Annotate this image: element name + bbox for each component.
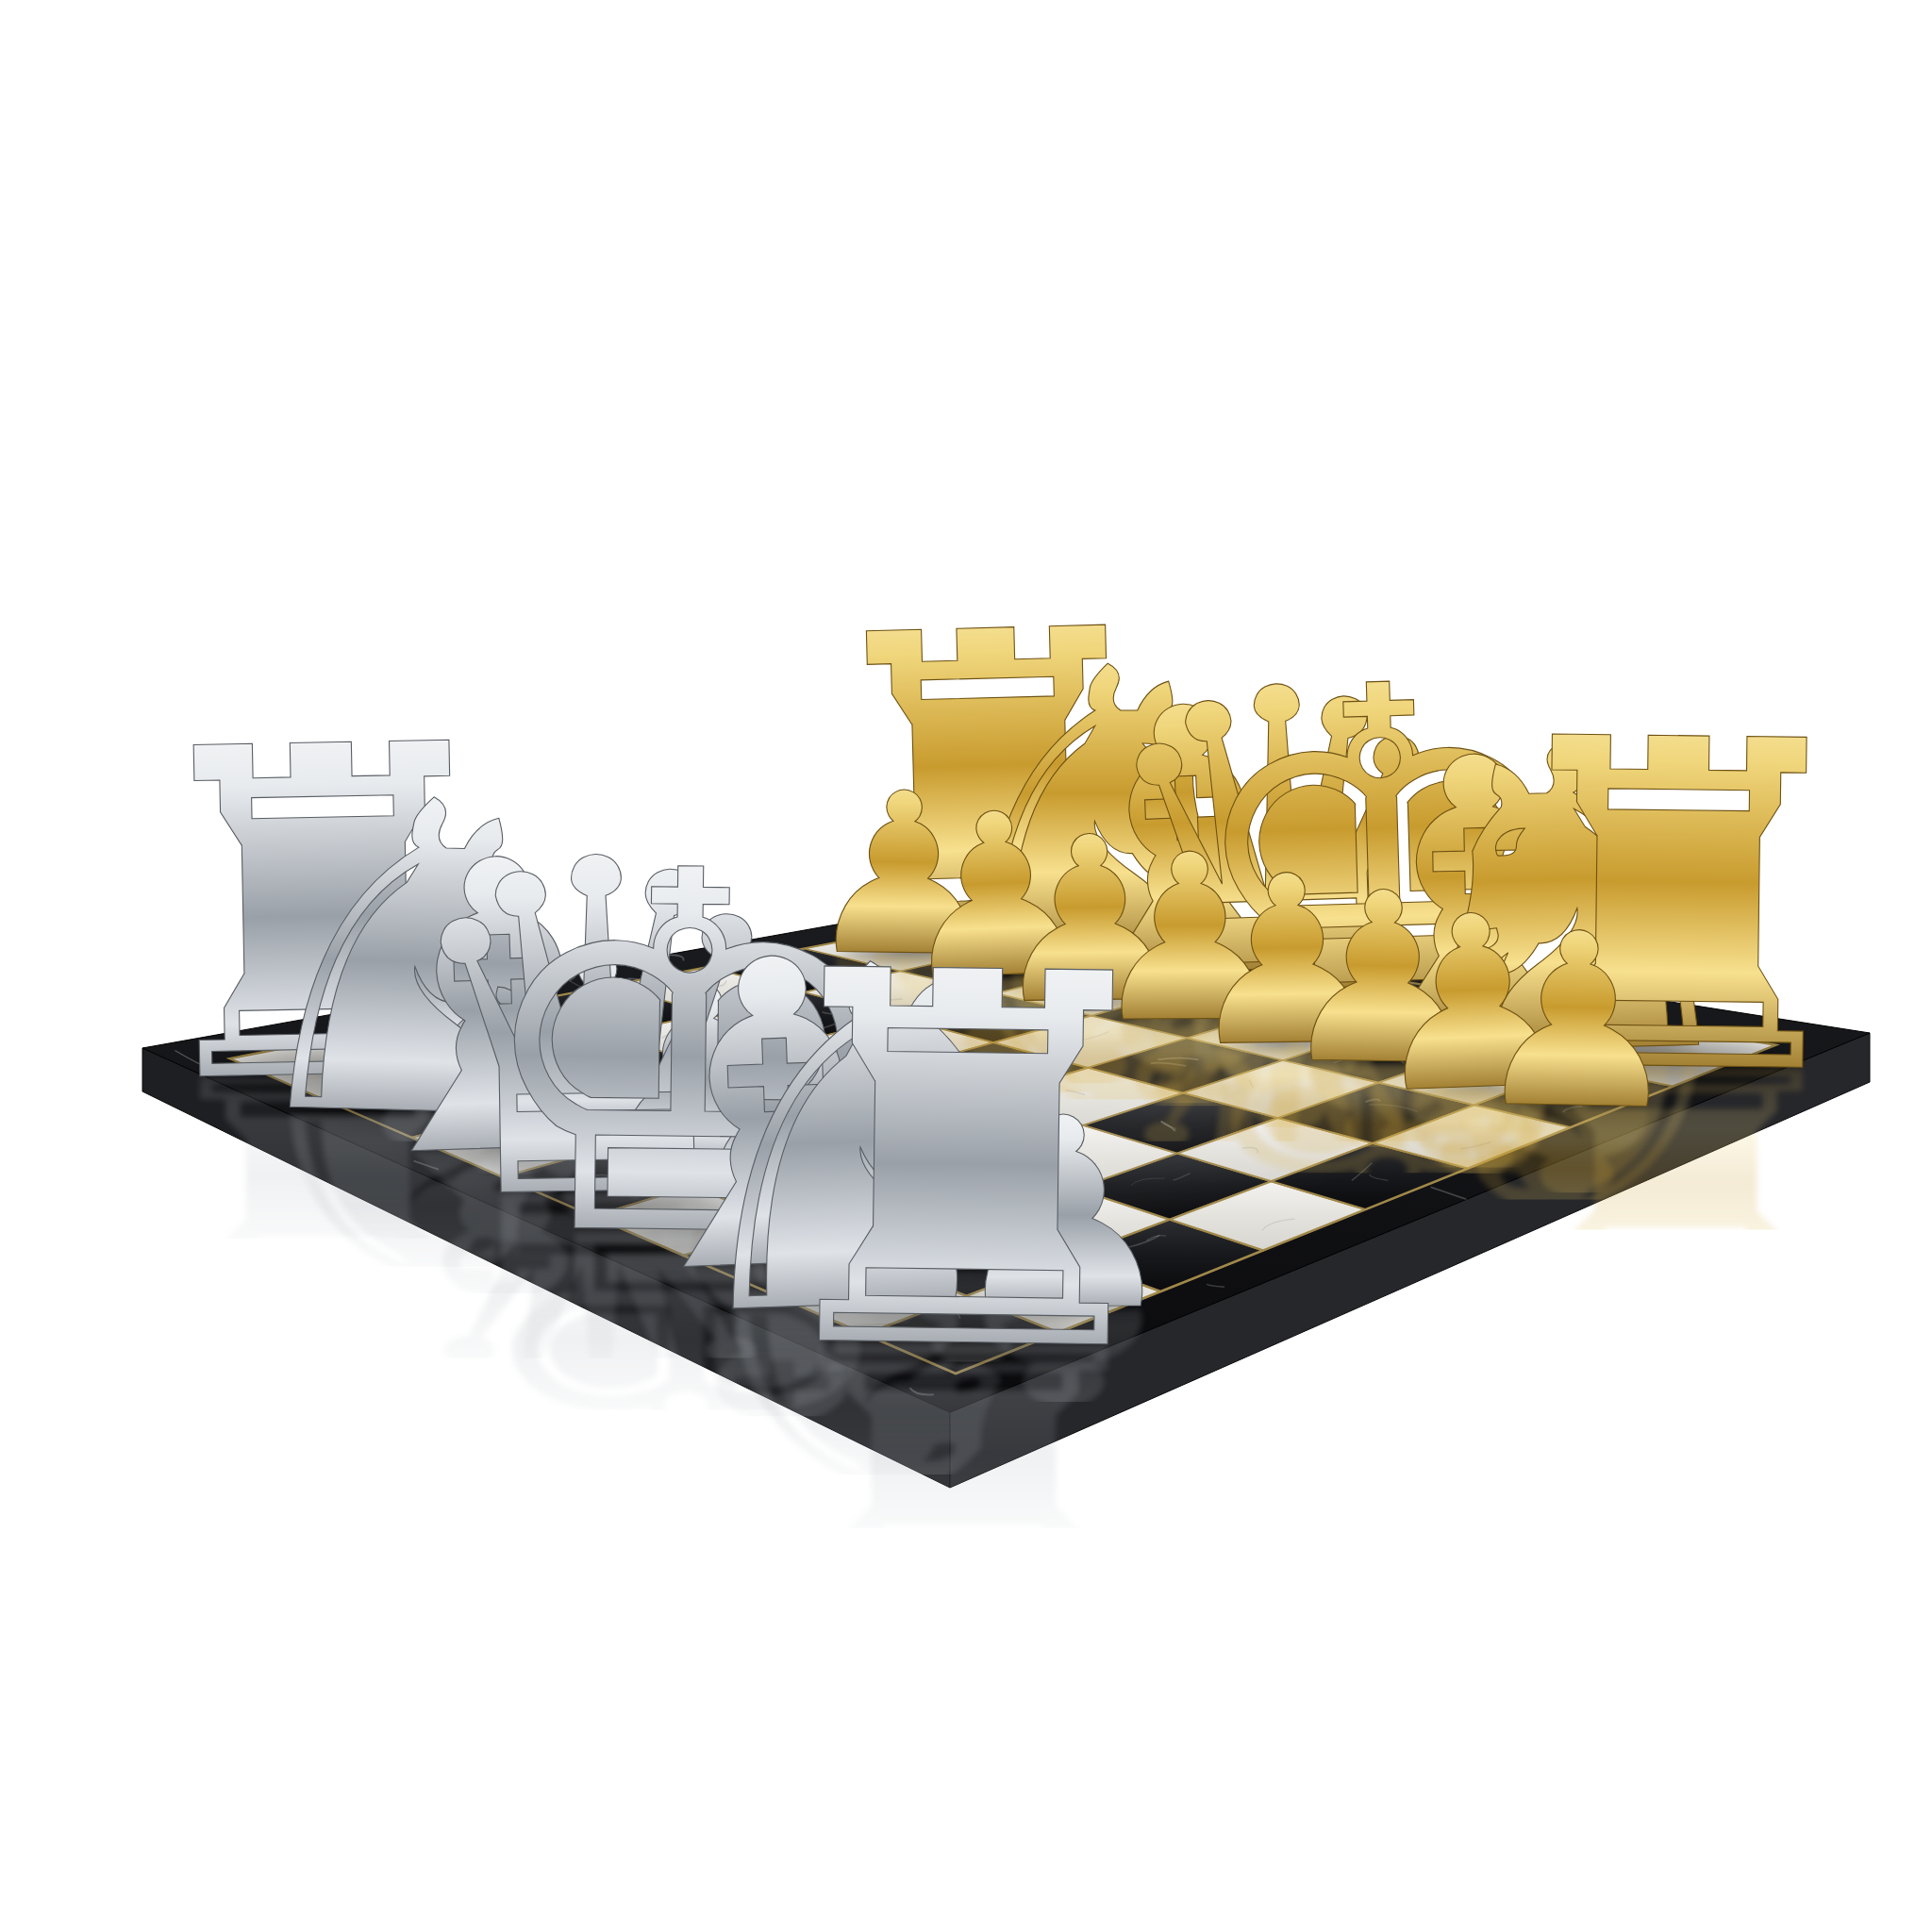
- piece-black-pawn-h7[interactable]: ♟: [1468, 880, 1688, 1163]
- piece-white-rook-h1[interactable]: ♜: [732, 863, 1200, 1466]
- product-photo-scene: ♜♟♞♝♟♛♟♚♟♝♟♞♟♟♜♜♟♟♟♞♟♝♟♛♟♚♟♝♟♞♟♜♜♟♞♝♟♛♟♚…: [0, 0, 1932, 1932]
- chess-board-photo: ♜♟♞♝♟♛♟♚♟♝♟♞♟♟♜♜♟♟♟♞♟♝♟♛♟♚♟♝♟♞♟♜♜♟♞♝♟♛♟♚…: [0, 0, 1932, 1932]
- pieces: ♜♟♞♝♟♛♟♚♟♝♟♞♟♟♜♜♟♟♟♞♟♝♟♛♟♚♟♝♟♞♟♜: [116, 538, 1883, 1465]
